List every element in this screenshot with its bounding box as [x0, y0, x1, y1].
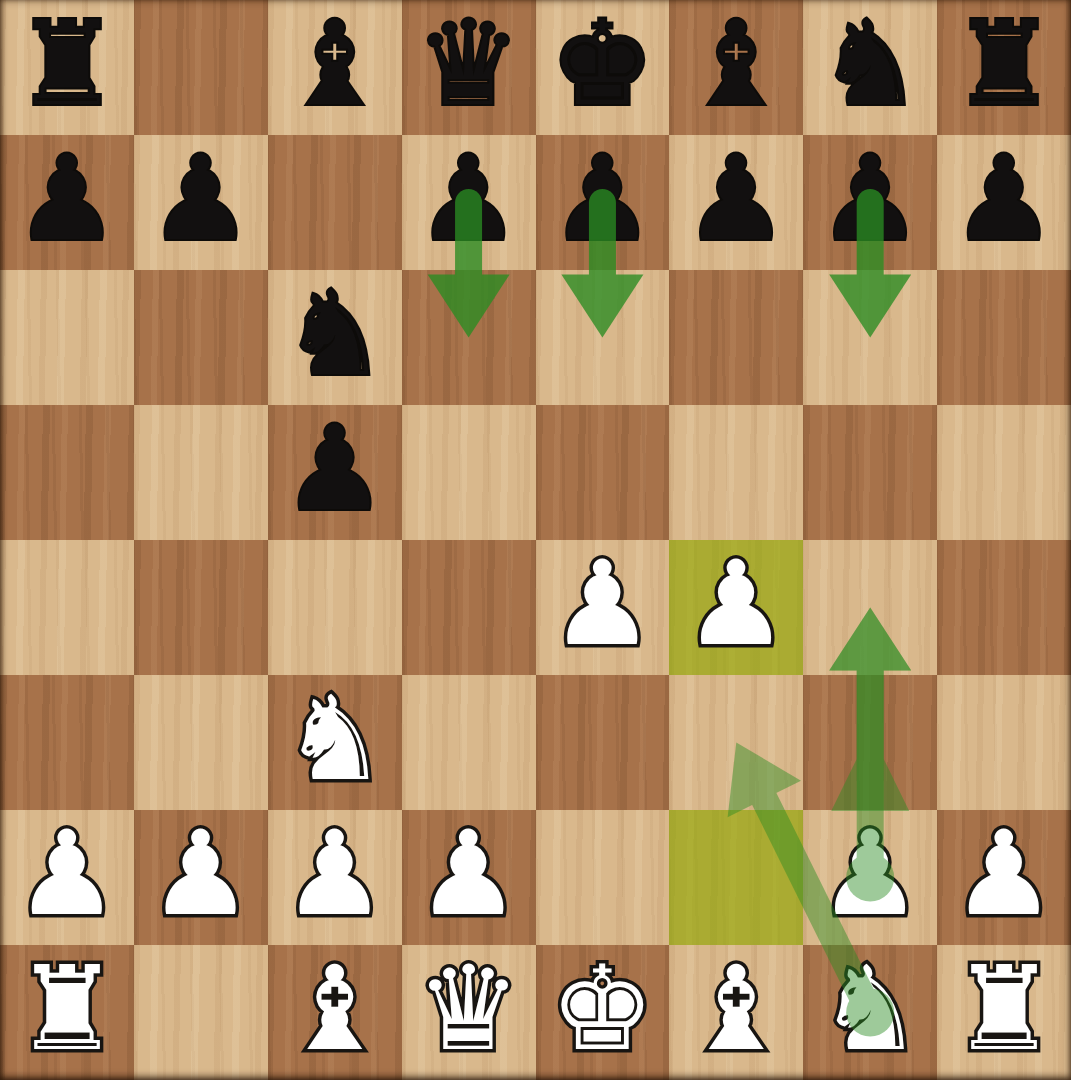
piece-white-queen[interactable]: ♛♛ [402, 945, 536, 1080]
piece-glyph: ♟ [268, 806, 402, 941]
square-g4[interactable] [803, 540, 937, 675]
piece-glyph: ♞ [268, 266, 402, 401]
piece-black-pawn[interactable]: ♟♟ [134, 135, 268, 270]
piece-black-knight[interactable]: ♞♞ [268, 270, 402, 405]
piece-white-pawn[interactable]: ♟♟ [402, 810, 536, 945]
piece-black-pawn[interactable]: ♟♟ [536, 135, 670, 270]
square-f4[interactable]: ♟♟ [669, 540, 803, 675]
square-g5[interactable] [803, 405, 937, 540]
square-a4[interactable] [0, 540, 134, 675]
piece-white-rook[interactable]: ♜♜ [0, 945, 134, 1080]
square-d5[interactable] [402, 405, 536, 540]
piece-black-bishop[interactable]: ♝♝ [669, 0, 803, 135]
square-e1[interactable]: ♚♚ [536, 945, 670, 1080]
square-f8[interactable]: ♝♝ [669, 0, 803, 135]
square-g1[interactable]: ♞♞ [803, 945, 937, 1080]
piece-black-pawn[interactable]: ♟♟ [0, 135, 134, 270]
square-e4[interactable]: ♟♟ [536, 540, 670, 675]
piece-glyph: ♟ [134, 806, 268, 941]
square-f6[interactable] [669, 270, 803, 405]
piece-white-pawn[interactable]: ♟♟ [0, 810, 134, 945]
piece-white-knight[interactable]: ♞♞ [268, 675, 402, 810]
square-b4[interactable] [134, 540, 268, 675]
square-d7[interactable]: ♟♟ [402, 135, 536, 270]
square-b7[interactable]: ♟♟ [134, 135, 268, 270]
square-h4[interactable] [937, 540, 1071, 675]
square-h7[interactable]: ♟♟ [937, 135, 1071, 270]
piece-black-pawn[interactable]: ♟♟ [402, 135, 536, 270]
square-h3[interactable] [937, 675, 1071, 810]
square-c2[interactable]: ♟♟ [268, 810, 402, 945]
piece-white-king[interactable]: ♚♚ [536, 945, 670, 1080]
square-b3[interactable] [134, 675, 268, 810]
square-e7[interactable]: ♟♟ [536, 135, 670, 270]
piece-white-pawn[interactable]: ♟♟ [937, 810, 1071, 945]
piece-white-bishop[interactable]: ♝♝ [268, 945, 402, 1080]
square-d3[interactable] [402, 675, 536, 810]
piece-glyph: ♛ [402, 941, 536, 1076]
square-h1[interactable]: ♜♜ [937, 945, 1071, 1080]
piece-black-pawn[interactable]: ♟♟ [937, 135, 1071, 270]
piece-glyph: ♟ [803, 806, 937, 941]
piece-black-pawn[interactable]: ♟♟ [268, 405, 402, 540]
piece-glyph: ♟ [536, 536, 670, 671]
piece-glyph: ♜ [0, 0, 134, 131]
piece-glyph: ♛ [402, 0, 536, 131]
square-b6[interactable] [134, 270, 268, 405]
piece-glyph: ♟ [669, 131, 803, 266]
square-e6[interactable] [536, 270, 670, 405]
square-a5[interactable] [0, 405, 134, 540]
piece-black-rook[interactable]: ♜♜ [0, 0, 134, 135]
piece-black-bishop[interactable]: ♝♝ [268, 0, 402, 135]
square-b1[interactable] [134, 945, 268, 1080]
square-h8[interactable]: ♜♜ [937, 0, 1071, 135]
square-g7[interactable]: ♟♟ [803, 135, 937, 270]
piece-glyph: ♟ [402, 806, 536, 941]
square-f1[interactable]: ♝♝ [669, 945, 803, 1080]
square-d1[interactable]: ♛♛ [402, 945, 536, 1080]
piece-white-bishop[interactable]: ♝♝ [669, 945, 803, 1080]
square-a7[interactable]: ♟♟ [0, 135, 134, 270]
piece-glyph: ♜ [937, 941, 1071, 1076]
piece-glyph: ♚ [536, 941, 670, 1076]
piece-glyph: ♚ [536, 0, 670, 131]
piece-glyph: ♟ [0, 131, 134, 266]
square-g3[interactable] [803, 675, 937, 810]
piece-glyph: ♟ [669, 536, 803, 671]
piece-glyph: ♟ [937, 806, 1071, 941]
square-b2[interactable]: ♟♟ [134, 810, 268, 945]
square-c5[interactable]: ♟♟ [268, 405, 402, 540]
square-d4[interactable] [402, 540, 536, 675]
square-g2[interactable]: ♟♟ [803, 810, 937, 945]
square-g6[interactable] [803, 270, 937, 405]
square-e3[interactable] [536, 675, 670, 810]
piece-glyph: ♞ [803, 941, 937, 1076]
square-g8[interactable]: ♞♞ [803, 0, 937, 135]
piece-glyph: ♟ [803, 131, 937, 266]
square-h5[interactable] [937, 405, 1071, 540]
square-c8[interactable]: ♝♝ [268, 0, 402, 135]
piece-glyph: ♞ [268, 671, 402, 806]
square-f2[interactable] [669, 810, 803, 945]
square-b5[interactable] [134, 405, 268, 540]
square-a6[interactable] [0, 270, 134, 405]
piece-black-pawn[interactable]: ♟♟ [669, 135, 803, 270]
square-h6[interactable] [937, 270, 1071, 405]
piece-black-queen[interactable]: ♛♛ [402, 0, 536, 135]
piece-black-pawn[interactable]: ♟♟ [803, 135, 937, 270]
piece-glyph: ♟ [134, 131, 268, 266]
square-f7[interactable]: ♟♟ [669, 135, 803, 270]
piece-black-rook[interactable]: ♜♜ [937, 0, 1071, 135]
piece-glyph: ♞ [803, 0, 937, 131]
piece-glyph: ♝ [669, 941, 803, 1076]
square-d8[interactable]: ♛♛ [402, 0, 536, 135]
piece-white-pawn[interactable]: ♟♟ [134, 810, 268, 945]
piece-glyph: ♝ [268, 941, 402, 1076]
square-c6[interactable]: ♞♞ [268, 270, 402, 405]
piece-white-pawn[interactable]: ♟♟ [803, 810, 937, 945]
piece-glyph: ♟ [0, 806, 134, 941]
square-e2[interactable] [536, 810, 670, 945]
square-a2[interactable]: ♟♟ [0, 810, 134, 945]
piece-glyph: ♟ [268, 401, 402, 536]
piece-white-knight[interactable]: ♞♞ [803, 945, 937, 1080]
square-e5[interactable] [536, 405, 670, 540]
piece-glyph: ♟ [402, 131, 536, 266]
square-a3[interactable] [0, 675, 134, 810]
piece-glyph: ♟ [937, 131, 1071, 266]
piece-glyph: ♟ [536, 131, 670, 266]
piece-glyph: ♜ [0, 941, 134, 1076]
square-e8[interactable]: ♚♚ [536, 0, 670, 135]
piece-white-rook[interactable]: ♜♜ [937, 945, 1071, 1080]
square-c3[interactable]: ♞♞ [268, 675, 402, 810]
board-squares: ♜♜♝♝♛♛♚♚♝♝♞♞♜♜♟♟♟♟♟♟♟♟♟♟♟♟♟♟♞♞♟♟♟♟♟♟♞♞♟♟… [0, 0, 1071, 1080]
square-h2[interactable]: ♟♟ [937, 810, 1071, 945]
square-c4[interactable] [268, 540, 402, 675]
piece-glyph: ♝ [268, 0, 402, 131]
piece-black-king[interactable]: ♚♚ [536, 0, 670, 135]
square-f5[interactable] [669, 405, 803, 540]
square-f3[interactable] [669, 675, 803, 810]
piece-glyph: ♝ [669, 0, 803, 131]
piece-white-pawn[interactable]: ♟♟ [669, 540, 803, 675]
piece-white-pawn[interactable]: ♟♟ [536, 540, 670, 675]
piece-white-pawn[interactable]: ♟♟ [268, 810, 402, 945]
square-a1[interactable]: ♜♜ [0, 945, 134, 1080]
piece-glyph: ♜ [937, 0, 1071, 131]
square-a8[interactable]: ♜♜ [0, 0, 134, 135]
piece-black-knight[interactable]: ♞♞ [803, 0, 937, 135]
last-move-highlight-f2 [669, 810, 803, 945]
square-d6[interactable] [402, 270, 536, 405]
square-c1[interactable]: ♝♝ [268, 945, 402, 1080]
square-b8[interactable] [134, 0, 268, 135]
chess-board: ♜♜♝♝♛♛♚♚♝♝♞♞♜♜♟♟♟♟♟♟♟♟♟♟♟♟♟♟♞♞♟♟♟♟♟♟♞♞♟♟… [0, 0, 1071, 1080]
square-c7[interactable] [268, 135, 402, 270]
square-d2[interactable]: ♟♟ [402, 810, 536, 945]
